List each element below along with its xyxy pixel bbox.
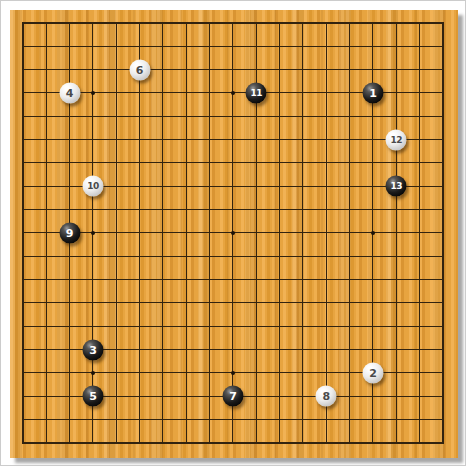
stone-black-9: 9 — [59, 222, 80, 243]
grid-line-horizontal — [22, 419, 444, 420]
grid-line-vertical — [442, 22, 444, 444]
stone-white-4: 4 — [59, 82, 80, 103]
move-number: 3 — [89, 344, 97, 355]
grid-line-vertical — [396, 22, 397, 444]
stone-white-2: 2 — [362, 362, 383, 383]
grid-line-horizontal — [22, 326, 444, 327]
stone-black-3: 3 — [82, 339, 103, 360]
grid-line-horizontal — [22, 279, 444, 280]
move-number: 6 — [136, 64, 144, 75]
grid-line-horizontal — [22, 256, 444, 257]
move-number: 12 — [391, 135, 403, 144]
stone-black-11: 11 — [246, 82, 267, 103]
move-number: 13 — [391, 182, 403, 191]
grid-line-vertical — [326, 22, 327, 444]
star-point — [91, 91, 95, 95]
move-number: 8 — [323, 391, 331, 402]
move-number: 4 — [66, 87, 74, 98]
stone-white-6: 6 — [129, 59, 150, 80]
star-point — [371, 231, 375, 235]
move-number: 7 — [229, 391, 237, 402]
star-point — [91, 371, 95, 375]
grid-line-horizontal — [22, 442, 444, 444]
stone-black-13: 13 — [386, 176, 407, 197]
diagram-frame: 12345678910111213 — [0, 0, 466, 466]
grid-line-vertical — [349, 22, 350, 444]
star-point — [231, 371, 235, 375]
move-number: 9 — [66, 227, 74, 238]
stone-black-7: 7 — [222, 386, 243, 407]
stone-white-8: 8 — [316, 386, 337, 407]
stone-black-1: 1 — [362, 82, 383, 103]
stone-white-10: 10 — [82, 176, 103, 197]
move-number: 5 — [89, 391, 97, 402]
board-grid: 12345678910111213 — [23, 23, 443, 443]
grid-line-vertical — [302, 22, 303, 444]
grid-line-vertical — [419, 22, 420, 444]
grid-line-vertical — [279, 22, 280, 444]
move-number: 2 — [369, 367, 377, 378]
move-number: 1 — [369, 87, 377, 98]
go-board[interactable]: 12345678910111213 — [10, 10, 458, 458]
star-point — [231, 91, 235, 95]
star-point — [231, 231, 235, 235]
star-point — [91, 231, 95, 235]
move-number: 10 — [87, 182, 99, 191]
stone-black-5: 5 — [82, 386, 103, 407]
grid-line-horizontal — [22, 302, 444, 303]
move-number: 11 — [251, 88, 263, 97]
stone-white-12: 12 — [386, 129, 407, 150]
